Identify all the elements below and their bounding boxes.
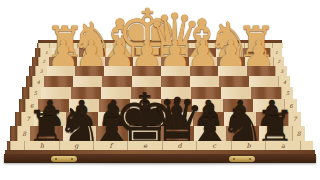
square-f3[interactable] bbox=[104, 66, 133, 76]
board-row: 2♟♟♟♟♟♟♟♟2 bbox=[32, 57, 288, 66]
square-c2[interactable]: ♟ bbox=[189, 57, 217, 66]
file-label: e bbox=[127, 141, 161, 150]
square-g2[interactable]: ♟ bbox=[77, 57, 105, 66]
square-b8[interactable]: ♞ bbox=[226, 126, 259, 141]
square-a4[interactable] bbox=[249, 76, 278, 87]
square-a2[interactable]: ♟ bbox=[245, 57, 273, 66]
screw-icon bbox=[71, 158, 73, 160]
hinge-icon bbox=[51, 156, 77, 162]
square-c3[interactable] bbox=[190, 66, 219, 76]
frame-edge bbox=[10, 126, 17, 141]
square-d2[interactable]: ♟ bbox=[161, 57, 189, 66]
rank-label: 4 bbox=[278, 76, 290, 87]
file-label-row: hgfedcba bbox=[7, 141, 314, 150]
square-b3[interactable] bbox=[218, 66, 247, 76]
square-g3[interactable] bbox=[75, 66, 104, 76]
square-e3[interactable] bbox=[132, 66, 161, 76]
rank-label: 4 bbox=[32, 76, 44, 87]
file-label: f bbox=[93, 141, 127, 150]
board-row: 33 bbox=[29, 66, 291, 76]
screw-icon bbox=[249, 158, 251, 160]
file-label: c bbox=[196, 141, 230, 150]
square-h2[interactable]: ♟ bbox=[49, 57, 77, 66]
square-a8[interactable]: ♜ bbox=[259, 126, 292, 141]
square-g4[interactable] bbox=[73, 76, 102, 87]
square-a3[interactable] bbox=[247, 66, 276, 76]
square-h4[interactable] bbox=[44, 76, 73, 87]
square-b2[interactable]: ♟ bbox=[217, 57, 245, 66]
square-b4[interactable] bbox=[219, 76, 248, 87]
corner-cell bbox=[300, 141, 314, 150]
rank-label: 3 bbox=[275, 66, 287, 76]
file-label: g bbox=[59, 141, 93, 150]
corner-cell bbox=[10, 141, 24, 150]
chess-board: hgfedcba1♜♞♝♚♛♝♞♜12♟♟♟♟♟♟♟♟2334455667♟♟♟… bbox=[0, 40, 320, 163]
screw-icon bbox=[55, 158, 57, 160]
square-e2[interactable]: ♟ bbox=[133, 57, 161, 66]
rank-label: 3 bbox=[35, 66, 47, 76]
file-label: h bbox=[24, 141, 58, 150]
file-label: d bbox=[162, 141, 196, 150]
hinge-icon bbox=[229, 156, 255, 162]
square-h3[interactable] bbox=[47, 66, 76, 76]
board-row: 8♜♞♝♚♛♝♞♜8 bbox=[10, 126, 310, 141]
file-label: b bbox=[231, 141, 265, 150]
square-d3[interactable] bbox=[161, 66, 190, 76]
screw-icon bbox=[233, 158, 235, 160]
frame-edge bbox=[5, 150, 316, 154]
scene: hgfedcba1♜♞♝♚♛♝♞♜12♟♟♟♟♟♟♟♟2334455667♟♟♟… bbox=[0, 0, 320, 180]
square-f2[interactable]: ♟ bbox=[105, 57, 133, 66]
file-label: a bbox=[265, 141, 299, 150]
